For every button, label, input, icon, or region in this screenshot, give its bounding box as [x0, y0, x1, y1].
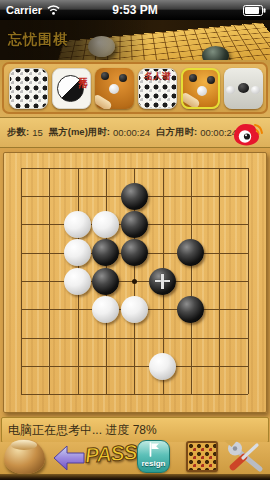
phone-screen: 9:53 PM Carrier 忘忧围棋 死活 [0, 0, 270, 480]
pass-button[interactable]: PASS [84, 440, 137, 468]
master-games-label: 名人谱 [139, 70, 176, 83]
star-point [132, 279, 137, 284]
resign-button[interactable]: resign [137, 440, 170, 473]
grid-line [219, 168, 220, 395]
stone-white [149, 353, 176, 380]
settings-button[interactable] [224, 440, 266, 477]
stone-bowl-button[interactable] [4, 439, 45, 474]
stone-black [177, 296, 204, 323]
battery-icon [243, 5, 266, 18]
white-time-label: 白方用时: [156, 126, 197, 139]
stone-white [92, 211, 119, 238]
status-bar: 9:53 PM Carrier [0, 0, 270, 20]
grid-line [248, 168, 249, 395]
stone-white [92, 296, 119, 323]
black-stone-icon [238, 83, 249, 93]
thinking-status-text: 电脑正在思考中... 进度 78% [8, 422, 157, 439]
black-time-label: 黑方(me)用时: [49, 126, 110, 139]
stone-black [149, 268, 176, 295]
stone-black [121, 211, 148, 238]
black-stone-icon [189, 74, 197, 82]
black-stone-icon [119, 74, 127, 82]
app-icon-row: 死活 名人谱 [0, 60, 270, 117]
life-and-death-label: 死活 [78, 70, 88, 74]
stone-black [121, 239, 148, 266]
stone-black [177, 239, 204, 266]
stone-black [92, 268, 119, 295]
white-stone-icon [197, 86, 207, 96]
life-and-death-app-icon[interactable]: 死活 [52, 68, 91, 109]
resign-label: resign [141, 459, 165, 468]
hand-icon [95, 93, 113, 109]
yinyang-icon [57, 75, 84, 102]
bottom-toolbar: PASS resign [0, 442, 270, 474]
undo-button[interactable] [53, 445, 85, 475]
grid-line [21, 366, 248, 367]
white-stone-icon [109, 84, 119, 94]
stone-white [64, 211, 91, 238]
grid-line [191, 168, 192, 395]
grid-line [21, 394, 248, 395]
move-count-value: 15 [32, 127, 43, 138]
stone-white [64, 239, 91, 266]
title-banner: 忘忧围棋 [0, 20, 270, 60]
flag-icon [147, 441, 161, 461]
clock-label: 9:53 PM [0, 3, 270, 17]
grid-line [21, 338, 248, 339]
master-games-app-icon[interactable]: 名人谱 [138, 68, 177, 109]
black-stone-icon [207, 76, 215, 84]
game-info-bar: 步数: 15 黑方(me)用时: 00:00:24 白方用时: 00:00:24 [0, 117, 270, 148]
yellow-board-app-icon[interactable] [181, 68, 220, 109]
orange-board-app-icon[interactable] [95, 68, 134, 109]
black-stone-icon [101, 72, 109, 80]
stone-white [121, 296, 148, 323]
stones-photo-app-icon[interactable] [224, 68, 263, 109]
white-stone-icon [226, 86, 235, 94]
black-time-value: 00:00:24 [113, 127, 150, 138]
move-count-label: 步数: [7, 126, 29, 139]
go-board[interactable] [3, 152, 267, 413]
stone-white [64, 268, 91, 295]
board-review-button[interactable] [186, 441, 218, 472]
white-stone-icon [251, 86, 260, 94]
weibo-share-button[interactable] [231, 117, 265, 150]
app-title: 忘忧围棋 [8, 20, 68, 60]
board-pattern-app-icon[interactable] [9, 68, 48, 109]
stone-black [92, 239, 119, 266]
stone-black [121, 183, 148, 210]
bottom-strip [0, 474, 270, 480]
last-move-marker [155, 274, 170, 289]
app-icon-frame: 死活 名人谱 [2, 62, 268, 114]
